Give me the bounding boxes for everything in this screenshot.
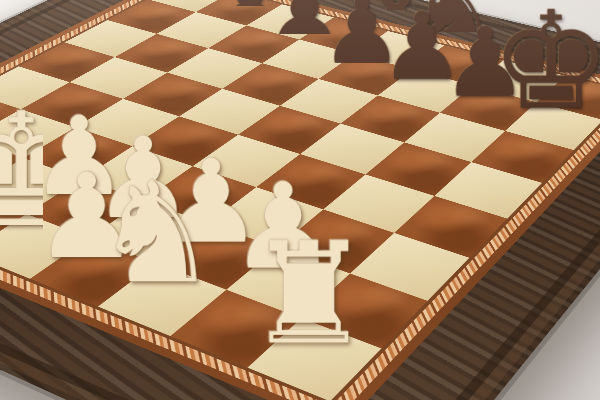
chess-set-photo: ♚♟♟♟♞♟♟♜♟♟♟♟♟♟♝♞♚: [0, 0, 600, 400]
walnut-frame: [0, 0, 600, 400]
